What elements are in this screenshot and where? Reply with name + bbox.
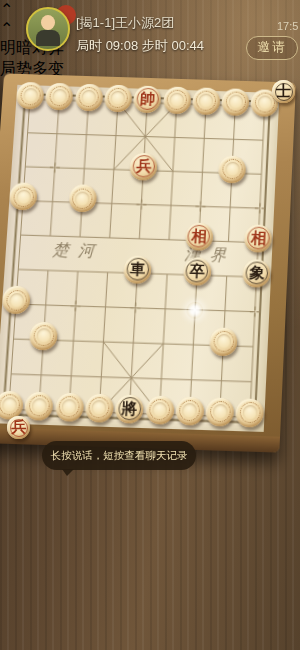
opponent-info-bar: [揭1-1]王小源2团 局时 09:08 步时 00:44 17:5 邀请 <box>0 0 300 72</box>
game-time-label: 局时 <box>76 38 102 53</box>
voice-chat-hint[interactable]: 长按说话，短按查看聊天记录 <box>42 441 196 470</box>
opponent-timers: 局时 09:08 步时 00:44 <box>76 37 204 55</box>
app-screen: [揭1-1]王小源2团 局时 09:08 步时 00:44 17:5 邀请 楚河… <box>0 0 300 650</box>
river-label-chu: 楚河 <box>52 240 104 263</box>
hidden-piece[interactable] <box>163 86 192 114</box>
board-surface[interactable]: 楚河 漢界 帥兵相相車卒象將 <box>0 85 279 432</box>
captured-piece-red-soldier: 兵 <box>7 416 30 439</box>
opponent-avatar[interactable] <box>26 7 70 51</box>
opponent-name: [揭1-1]王小源2团 <box>76 14 174 32</box>
move-time-value: 00:44 <box>171 38 204 53</box>
move-time-label: 步时 <box>142 38 168 53</box>
invite-button[interactable]: 邀请 <box>246 36 298 60</box>
system-clock: 17:5 <box>277 20 300 32</box>
xiangqi-board-frame: 楚河 漢界 帥兵相相車卒象將 <box>0 73 296 452</box>
game-time-value: 09:08 <box>106 38 139 53</box>
captured-piece-black-advisor: 士 <box>272 80 295 103</box>
